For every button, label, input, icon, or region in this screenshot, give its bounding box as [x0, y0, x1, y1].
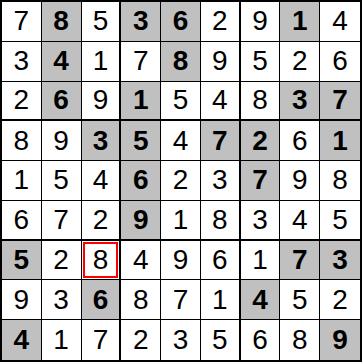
- cell-r3c7[interactable]: 8: [241, 82, 281, 122]
- cell-r6c9[interactable]: 5: [320, 201, 360, 241]
- cell-r1c4[interactable]: 3: [121, 2, 161, 42]
- cell-r3c5[interactable]: 5: [161, 82, 201, 122]
- cell-r7c8[interactable]: 7: [280, 241, 320, 281]
- cell-r6c5[interactable]: 1: [161, 201, 201, 241]
- cell-r9c3[interactable]: 7: [82, 320, 122, 360]
- cell-r5c4[interactable]: 6: [121, 161, 161, 201]
- cell-r9c9[interactable]: 9: [320, 320, 360, 360]
- cell-r6c7[interactable]: 3: [241, 201, 281, 241]
- cell-r3c4[interactable]: 1: [121, 82, 161, 122]
- cell-r9c6[interactable]: 5: [201, 320, 241, 360]
- cell-r9c8[interactable]: 8: [280, 320, 320, 360]
- cell-r1c6[interactable]: 2: [201, 2, 241, 42]
- cell-r2c8[interactable]: 2: [280, 42, 320, 82]
- cell-r7c9[interactable]: 3: [320, 241, 360, 281]
- cell-r9c7[interactable]: 6: [241, 320, 281, 360]
- cell-r5c3[interactable]: 4: [82, 161, 122, 201]
- cell-r4c3[interactable]: 3: [82, 121, 122, 161]
- cell-r4c6[interactable]: 7: [201, 121, 241, 161]
- cell-r5c5[interactable]: 2: [161, 161, 201, 201]
- cell-r4c2[interactable]: 9: [42, 121, 82, 161]
- cell-r2c2[interactable]: 4: [42, 42, 82, 82]
- cell-r1c2[interactable]: 8: [42, 2, 82, 42]
- cell-r9c5[interactable]: 3: [161, 320, 201, 360]
- cell-r9c2[interactable]: 1: [42, 320, 82, 360]
- cell-r8c4[interactable]: 8: [121, 280, 161, 320]
- cell-r4c5[interactable]: 4: [161, 121, 201, 161]
- cell-r7c6[interactable]: 6: [201, 241, 241, 281]
- cell-r8c2[interactable]: 3: [42, 280, 82, 320]
- cell-r7c2[interactable]: 2: [42, 241, 82, 281]
- cell-r3c3[interactable]: 9: [82, 82, 122, 122]
- cell-r5c6[interactable]: 3: [201, 161, 241, 201]
- cell-r2c9[interactable]: 6: [320, 42, 360, 82]
- cell-r6c3[interactable]: 2: [82, 201, 122, 241]
- cell-r7c4[interactable]: 4: [121, 241, 161, 281]
- cell-r4c8[interactable]: 6: [280, 121, 320, 161]
- cell-r7c3[interactable]: 8: [82, 241, 122, 281]
- cell-r1c1[interactable]: 7: [2, 2, 42, 42]
- cell-r7c1[interactable]: 5: [2, 241, 42, 281]
- cell-r6c4[interactable]: 9: [121, 201, 161, 241]
- cell-r1c5[interactable]: 6: [161, 2, 201, 42]
- cell-r5c7[interactable]: 7: [241, 161, 281, 201]
- cell-r5c8[interactable]: 9: [280, 161, 320, 201]
- cell-r8c6[interactable]: 1: [201, 280, 241, 320]
- cell-r8c9[interactable]: 2: [320, 280, 360, 320]
- cell-r2c1[interactable]: 3: [2, 42, 42, 82]
- cell-r9c4[interactable]: 2: [121, 320, 161, 360]
- cell-r1c7[interactable]: 9: [241, 2, 281, 42]
- cell-r7c7[interactable]: 1: [241, 241, 281, 281]
- cell-r7c5[interactable]: 9: [161, 241, 201, 281]
- cell-r5c2[interactable]: 5: [42, 161, 82, 201]
- cell-r6c6[interactable]: 8: [201, 201, 241, 241]
- cell-r8c8[interactable]: 5: [280, 280, 320, 320]
- cell-r3c8[interactable]: 3: [280, 82, 320, 122]
- cell-r5c9[interactable]: 8: [320, 161, 360, 201]
- cell-r4c4[interactable]: 5: [121, 121, 161, 161]
- cell-r1c9[interactable]: 4: [320, 2, 360, 42]
- cell-r2c4[interactable]: 7: [121, 42, 161, 82]
- cell-r4c7[interactable]: 2: [241, 121, 281, 161]
- cell-r6c1[interactable]: 6: [2, 201, 42, 241]
- cell-r3c6[interactable]: 4: [201, 82, 241, 122]
- cell-r2c7[interactable]: 5: [241, 42, 281, 82]
- cell-r8c5[interactable]: 7: [161, 280, 201, 320]
- cell-r3c1[interactable]: 2: [2, 82, 42, 122]
- cell-r4c9[interactable]: 1: [320, 121, 360, 161]
- cell-r6c2[interactable]: 7: [42, 201, 82, 241]
- cell-r3c9[interactable]: 7: [320, 82, 360, 122]
- cell-r3c2[interactable]: 6: [42, 82, 82, 122]
- cell-r2c3[interactable]: 1: [82, 42, 122, 82]
- cell-r2c5[interactable]: 8: [161, 42, 201, 82]
- cell-r1c3[interactable]: 5: [82, 2, 122, 42]
- cell-r8c3[interactable]: 6: [82, 280, 122, 320]
- cell-r8c1[interactable]: 9: [2, 280, 42, 320]
- cell-r1c8[interactable]: 1: [280, 2, 320, 42]
- cell-r4c1[interactable]: 8: [2, 121, 42, 161]
- cell-r9c1[interactable]: 4: [2, 320, 42, 360]
- cell-r2c6[interactable]: 9: [201, 42, 241, 82]
- cell-r8c7[interactable]: 4: [241, 280, 281, 320]
- sudoku-board: 7853629143417895262691548378935472611546…: [0, 0, 362, 362]
- cell-r5c1[interactable]: 1: [2, 161, 42, 201]
- cell-r6c8[interactable]: 4: [280, 201, 320, 241]
